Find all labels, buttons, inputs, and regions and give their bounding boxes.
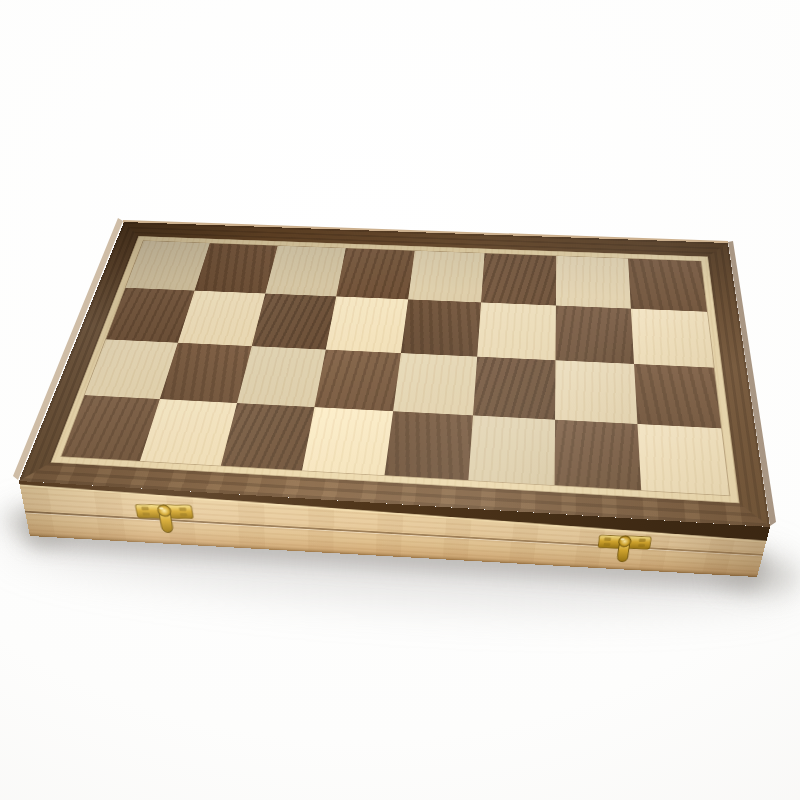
board-square [469,415,555,485]
photo-scene [0,0,800,800]
board-square [555,360,638,424]
board-square [631,309,714,368]
board-square [554,419,641,490]
board-square [637,424,729,496]
board-square [302,407,393,475]
board-square [385,411,474,480]
board-square [314,349,401,411]
board-square [220,403,314,470]
board-square [195,243,278,293]
board-square [481,253,556,305]
board-square [326,297,408,353]
board-square [336,248,415,299]
board-square [408,251,485,303]
board-square [634,364,721,429]
board-square [393,353,477,415]
board-square [628,259,707,312]
board-square [265,246,346,297]
maple-border-strip [51,236,740,503]
board-square [401,300,481,357]
board-square [237,346,326,407]
board-square [477,303,555,360]
board-square [555,256,630,309]
board-square [178,291,265,346]
chessboard-grid [61,241,729,495]
board-square [555,306,634,364]
board-square [473,356,555,419]
board-square [251,294,336,350]
chessboard-box-top [19,222,770,527]
